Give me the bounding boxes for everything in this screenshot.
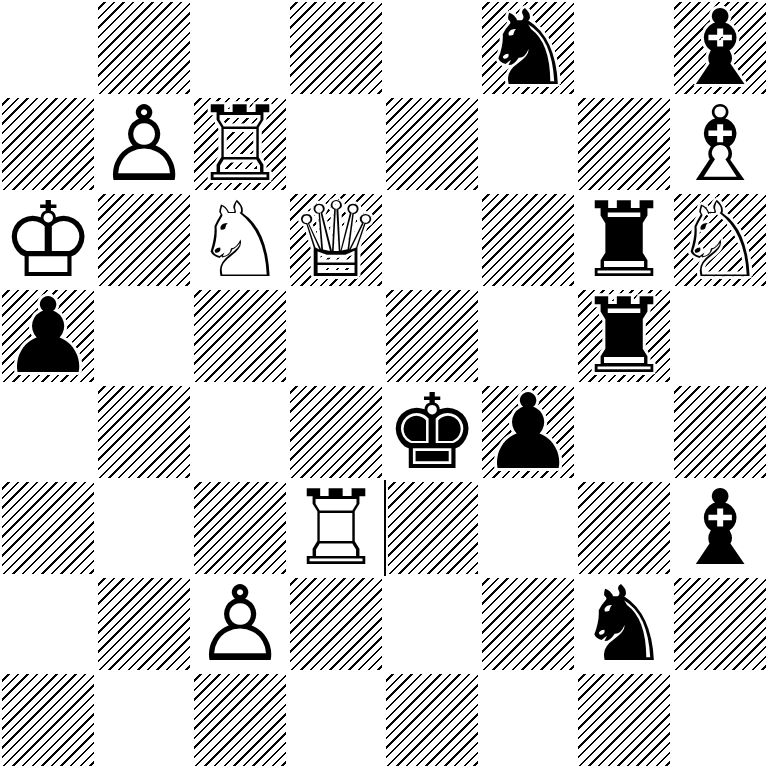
chess-board: ♞♝♙♖♗♔♘♕♜♘♟♜♚♟♖♝♙♞ bbox=[0, 0, 768, 768]
square-d4[interactable] bbox=[288, 384, 384, 480]
square-c4[interactable] bbox=[192, 384, 288, 480]
square-f3[interactable] bbox=[480, 480, 576, 576]
square-b6[interactable] bbox=[96, 192, 192, 288]
square-b8[interactable] bbox=[96, 0, 192, 96]
square-b7[interactable]: ♙ bbox=[96, 96, 192, 192]
square-d2[interactable] bbox=[288, 576, 384, 672]
square-c1[interactable] bbox=[192, 672, 288, 768]
square-d1[interactable] bbox=[288, 672, 384, 768]
square-d3[interactable]: ♖ bbox=[288, 480, 384, 576]
piece-black-knight: ♞ bbox=[481, 0, 574, 96]
square-d5[interactable] bbox=[288, 288, 384, 384]
square-b2[interactable] bbox=[96, 576, 192, 672]
square-h1[interactable] bbox=[672, 672, 768, 768]
square-e7[interactable] bbox=[384, 96, 480, 192]
square-h4[interactable] bbox=[672, 384, 768, 480]
square-a4[interactable] bbox=[0, 384, 96, 480]
square-f6[interactable] bbox=[480, 192, 576, 288]
square-e3[interactable] bbox=[384, 480, 480, 576]
square-b3[interactable] bbox=[96, 480, 192, 576]
square-g5[interactable]: ♜ bbox=[576, 288, 672, 384]
square-c2[interactable]: ♙ bbox=[192, 576, 288, 672]
square-f1[interactable] bbox=[480, 672, 576, 768]
piece-black-bishop: ♝ bbox=[673, 480, 766, 576]
piece-black-king: ♚ bbox=[385, 384, 478, 480]
square-a8[interactable] bbox=[0, 0, 96, 96]
square-b5[interactable] bbox=[96, 288, 192, 384]
square-h8[interactable]: ♝ bbox=[672, 0, 768, 96]
square-h3[interactable]: ♝ bbox=[672, 480, 768, 576]
square-a6[interactable]: ♔ bbox=[0, 192, 96, 288]
square-a2[interactable] bbox=[0, 576, 96, 672]
square-f4[interactable]: ♟ bbox=[480, 384, 576, 480]
square-g4[interactable] bbox=[576, 384, 672, 480]
square-e5[interactable] bbox=[384, 288, 480, 384]
square-h5[interactable] bbox=[672, 288, 768, 384]
square-f7[interactable] bbox=[480, 96, 576, 192]
square-a3[interactable] bbox=[0, 480, 96, 576]
piece-black-bishop: ♝ bbox=[673, 0, 766, 96]
piece-white-queen: ♕ bbox=[289, 192, 382, 288]
piece-white-rook: ♖ bbox=[193, 96, 286, 192]
piece-black-pawn: ♟ bbox=[481, 384, 574, 480]
square-e6[interactable] bbox=[384, 192, 480, 288]
square-d6[interactable]: ♕ bbox=[288, 192, 384, 288]
square-h7[interactable]: ♗ bbox=[672, 96, 768, 192]
piece-black-pawn: ♟ bbox=[1, 288, 94, 384]
square-h6[interactable]: ♘ bbox=[672, 192, 768, 288]
piece-white-king: ♔ bbox=[1, 192, 94, 288]
square-e1[interactable] bbox=[384, 672, 480, 768]
piece-white-pawn: ♙ bbox=[193, 576, 286, 672]
square-g6[interactable]: ♜ bbox=[576, 192, 672, 288]
square-e8[interactable] bbox=[384, 0, 480, 96]
square-h2[interactable] bbox=[672, 576, 768, 672]
piece-white-knight: ♘ bbox=[673, 192, 766, 288]
square-a1[interactable] bbox=[0, 672, 96, 768]
piece-white-pawn: ♙ bbox=[97, 96, 190, 192]
square-c7[interactable]: ♖ bbox=[192, 96, 288, 192]
square-e4[interactable]: ♚ bbox=[384, 384, 480, 480]
piece-white-knight: ♘ bbox=[193, 192, 286, 288]
square-g1[interactable] bbox=[576, 672, 672, 768]
piece-black-rook: ♜ bbox=[577, 192, 670, 288]
square-f2[interactable] bbox=[480, 576, 576, 672]
square-e2[interactable] bbox=[384, 576, 480, 672]
piece-black-rook: ♜ bbox=[577, 288, 670, 384]
square-d8[interactable] bbox=[288, 0, 384, 96]
piece-white-rook: ♖ bbox=[289, 480, 382, 576]
square-c6[interactable]: ♘ bbox=[192, 192, 288, 288]
square-g2[interactable]: ♞ bbox=[576, 576, 672, 672]
square-g7[interactable] bbox=[576, 96, 672, 192]
square-b1[interactable] bbox=[96, 672, 192, 768]
square-f8[interactable]: ♞ bbox=[480, 0, 576, 96]
square-c8[interactable] bbox=[192, 0, 288, 96]
square-c3[interactable] bbox=[192, 480, 288, 576]
square-f5[interactable] bbox=[480, 288, 576, 384]
square-g8[interactable] bbox=[576, 0, 672, 96]
square-d7[interactable] bbox=[288, 96, 384, 192]
piece-black-knight: ♞ bbox=[577, 576, 670, 672]
square-c5[interactable] bbox=[192, 288, 288, 384]
square-a7[interactable] bbox=[0, 96, 96, 192]
piece-white-bishop: ♗ bbox=[673, 96, 766, 192]
square-g3[interactable] bbox=[576, 480, 672, 576]
square-a5[interactable]: ♟ bbox=[0, 288, 96, 384]
square-b4[interactable] bbox=[96, 384, 192, 480]
